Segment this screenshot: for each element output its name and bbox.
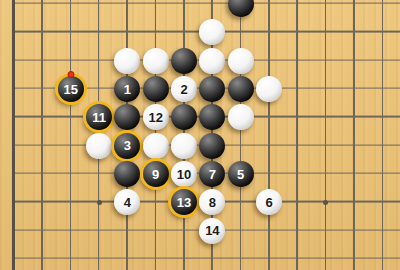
go-board[interactable]: 151211123910754138614 [0, 0, 400, 270]
black-stone [143, 76, 169, 102]
move-12-white-stone: 12 [143, 104, 169, 130]
white-stone [114, 48, 140, 74]
move-15-black-stone: 15 [58, 76, 84, 102]
last-move-marker [67, 71, 74, 78]
white-stone [143, 133, 169, 159]
white-stone [228, 48, 254, 74]
black-stone [228, 76, 254, 102]
white-stone [199, 48, 225, 74]
star-point [97, 200, 102, 205]
move-14-white-stone: 14 [199, 218, 225, 244]
move-10-white-stone: 10 [171, 161, 197, 187]
move-5-black-stone: 5 [228, 161, 254, 187]
black-stone [199, 133, 225, 159]
white-stone [143, 48, 169, 74]
white-stone [256, 76, 282, 102]
move-9-black-stone: 9 [143, 161, 169, 187]
black-stone [171, 48, 197, 74]
white-stone [86, 133, 112, 159]
white-stone [228, 104, 254, 130]
move-2-white-stone: 2 [171, 76, 197, 102]
move-3-black-stone: 3 [114, 133, 140, 159]
white-stone [171, 133, 197, 159]
board-left-edge-line [12, 0, 15, 270]
